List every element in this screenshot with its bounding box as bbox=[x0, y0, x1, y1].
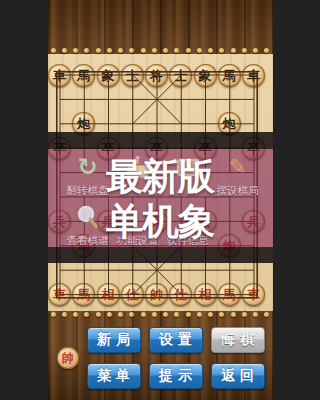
nail-dot bbox=[163, 312, 168, 317]
xiangqi-piece[interactable]: 士 bbox=[169, 64, 192, 87]
nail-dot bbox=[231, 312, 236, 317]
nail-dot bbox=[96, 48, 101, 53]
nail-dot bbox=[163, 48, 168, 53]
nail-dot bbox=[253, 312, 258, 317]
nail-dot bbox=[242, 312, 247, 317]
turn-indicator-piece: 帥 bbox=[57, 347, 79, 369]
xiangqi-piece[interactable]: 相 bbox=[97, 283, 120, 306]
nail-dot bbox=[219, 48, 224, 53]
nail-dot bbox=[152, 48, 157, 53]
nail-dot bbox=[141, 48, 146, 53]
xiangqi-piece[interactable]: 象 bbox=[97, 64, 120, 87]
nail-dot bbox=[107, 312, 112, 317]
nail-dot bbox=[62, 48, 67, 53]
settings-button[interactable]: 设置 bbox=[149, 327, 203, 353]
xiangqi-piece[interactable]: 帥 bbox=[145, 283, 168, 306]
new-game-button[interactable]: 新局 bbox=[87, 327, 141, 353]
xiangqi-piece[interactable]: 象 bbox=[194, 64, 217, 87]
nail-dot bbox=[51, 312, 56, 317]
nail-dot bbox=[186, 312, 191, 317]
nail-dot bbox=[73, 312, 78, 317]
xiangqi-piece[interactable]: 相 bbox=[194, 283, 217, 306]
ad-title-line2[interactable]: 单机象 bbox=[48, 203, 273, 240]
xiangqi-piece[interactable]: 車 bbox=[242, 64, 265, 87]
nail-dot bbox=[253, 48, 258, 53]
nail-dot bbox=[174, 312, 179, 317]
nail-dot bbox=[231, 48, 236, 53]
nail-dot bbox=[174, 48, 179, 53]
back-button[interactable]: 返回 bbox=[211, 363, 265, 389]
menu-button[interactable]: 菜单 bbox=[87, 363, 141, 389]
xiangqi-piece[interactable]: 馬 bbox=[72, 64, 95, 87]
nail-dot bbox=[197, 312, 202, 317]
nail-dot bbox=[129, 312, 134, 317]
xiangqi-piece[interactable]: 車 bbox=[48, 64, 71, 87]
xiangqi-piece[interactable]: 将 bbox=[145, 64, 168, 87]
nail-dot bbox=[264, 312, 269, 317]
nail-dot bbox=[129, 48, 134, 53]
ad-dark-band-top bbox=[48, 132, 273, 149]
nail-dot bbox=[118, 312, 123, 317]
nail-dot bbox=[264, 48, 269, 53]
nail-dot bbox=[141, 312, 146, 317]
xiangqi-piece[interactable]: 士 bbox=[121, 64, 144, 87]
xiangqi-piece[interactable]: 仕 bbox=[169, 283, 192, 306]
xiangqi-piece[interactable]: 馬 bbox=[72, 283, 95, 306]
xiangqi-piece[interactable]: 馬 bbox=[218, 64, 241, 87]
nail-dot bbox=[84, 312, 89, 317]
nail-dot bbox=[208, 312, 213, 317]
nail-dot bbox=[96, 312, 101, 317]
nail-dot bbox=[51, 48, 56, 53]
nail-dot bbox=[73, 48, 78, 53]
nail-dot bbox=[62, 312, 67, 317]
nail-dot bbox=[118, 48, 123, 53]
undo-button[interactable]: 悔棋 bbox=[211, 327, 265, 353]
xiangqi-app-window: 車馬象士将士象馬車炮炮卒卒卒卒卒兵兵兵兵兵炮炮車馬相仕帥仕相馬車 ↻ 翻转棋盘 … bbox=[48, 0, 273, 400]
nail-dot bbox=[197, 48, 202, 53]
xiangqi-piece[interactable]: 車 bbox=[48, 283, 71, 306]
nail-dot bbox=[84, 48, 89, 53]
xiangqi-piece[interactable]: 仕 bbox=[121, 283, 144, 306]
ad-dark-band-bottom bbox=[48, 247, 273, 263]
nail-dot bbox=[219, 312, 224, 317]
xiangqi-piece[interactable]: 車 bbox=[242, 283, 265, 306]
nail-dot bbox=[186, 48, 191, 53]
ad-title-line1[interactable]: 最新版 bbox=[48, 158, 273, 195]
nail-dot bbox=[152, 312, 157, 317]
hint-button[interactable]: 提示 bbox=[149, 363, 203, 389]
nail-dot bbox=[242, 48, 247, 53]
xiangqi-piece[interactable]: 馬 bbox=[218, 283, 241, 306]
nail-dot bbox=[107, 48, 112, 53]
nail-dot bbox=[208, 48, 213, 53]
